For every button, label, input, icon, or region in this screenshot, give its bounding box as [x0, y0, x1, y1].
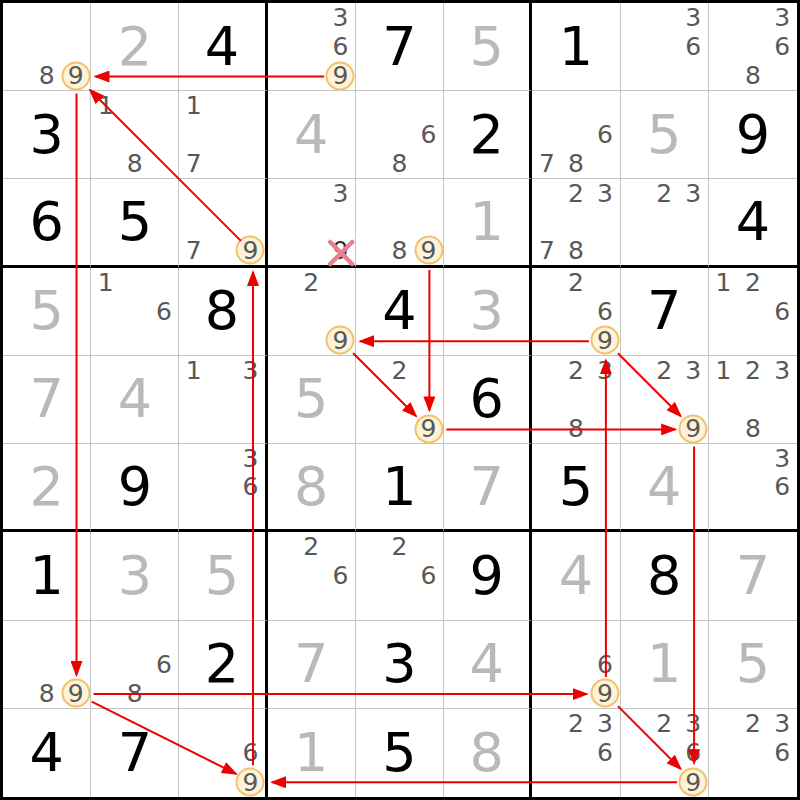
solved-value: 5 [444, 3, 529, 90]
candidate-9[interactable]: 9 [597, 328, 613, 353]
candidate-8[interactable]: 8 [745, 63, 761, 88]
cell-r6c3[interactable]: 36 [179, 444, 267, 532]
cell-r3c7[interactable]: 2378 [532, 179, 620, 267]
candidate-6[interactable]: 6 [332, 563, 348, 588]
candidate-slot [679, 385, 708, 414]
candidate-grid: 39 [268, 179, 355, 264]
candidate-grid: 68 [91, 621, 178, 708]
candidate-slot [120, 650, 149, 679]
candidate-9[interactable]: 9 [421, 416, 437, 441]
candidate-slot [236, 91, 264, 120]
cell-r6c6[interactable]: 7 [444, 444, 532, 532]
solved-value: 2 [91, 3, 178, 90]
cell-r5c7[interactable]: 238 [532, 356, 620, 444]
candidate-grid: 236 [709, 709, 797, 797]
cell-r6c9[interactable]: 36 [709, 444, 797, 532]
candidate-9[interactable]: 9 [243, 770, 259, 795]
cell-r3c9[interactable]: 4 [709, 179, 797, 267]
cell-r6c7[interactable]: 5 [532, 444, 620, 532]
given-value: 2 [444, 91, 529, 178]
cell-r8c4[interactable]: 7 [268, 621, 356, 709]
candidate-slot: 9 [590, 326, 619, 355]
cell-r4c4[interactable]: 29 [268, 268, 356, 356]
candidate-slot: 2 [650, 179, 679, 207]
candidate-slot [3, 3, 32, 32]
candidate-slot: 3 [768, 709, 797, 738]
cell-r8c7[interactable]: 69 [532, 621, 620, 709]
cell-r2c3[interactable]: 17 [179, 91, 267, 179]
candidate-slot [268, 326, 297, 355]
candidate-slot: 8 [738, 61, 767, 90]
candidate-2[interactable]: 2 [745, 358, 761, 383]
candidate-slot: 9 [61, 679, 90, 708]
cell-r2c7[interactable]: 678 [532, 91, 620, 179]
candidate-3[interactable]: 3 [597, 181, 613, 206]
cell-r8c9[interactable]: 5 [709, 621, 797, 709]
candidate-slot: 2 [385, 356, 414, 385]
candidate-grid: 89 [3, 621, 90, 708]
cell-r3c2[interactable]: 5 [91, 179, 179, 267]
candidate-slot [208, 501, 236, 529]
solved-value: 3 [91, 532, 178, 619]
candidate-slot: 6 [590, 297, 619, 326]
candidate-2[interactable]: 2 [568, 270, 584, 295]
candidate-6[interactable]: 6 [332, 34, 348, 59]
candidate-8[interactable]: 8 [745, 416, 761, 441]
candidate-6[interactable]: 6 [597, 740, 613, 765]
candidate-slot [590, 414, 619, 443]
cell-r1c2[interactable]: 2 [91, 3, 179, 91]
candidate-1[interactable]: 1 [98, 93, 114, 118]
candidate-slot [738, 385, 767, 414]
candidate-slot [621, 768, 650, 797]
candidate-2[interactable]: 2 [303, 534, 319, 559]
cell-r4c2[interactable]: 16 [91, 268, 179, 356]
cell-r7c9[interactable]: 7 [709, 532, 797, 620]
candidate-6[interactable]: 6 [685, 740, 701, 765]
candidate-slot [590, 208, 619, 236]
candidate-grid: 13 [179, 356, 264, 443]
cell-r9c4[interactable]: 1 [268, 709, 356, 797]
candidate-slot [532, 385, 561, 414]
candidate-slot [208, 385, 236, 414]
candidate-3[interactable]: 3 [774, 711, 790, 736]
candidate-6[interactable]: 6 [685, 34, 701, 59]
candidate-slot [32, 650, 61, 679]
solved-value: 7 [268, 621, 355, 708]
cell-r4c1[interactable]: 5 [3, 268, 91, 356]
cell-r9c3[interactable]: 69 [179, 709, 267, 797]
candidate-7[interactable]: 7 [539, 151, 555, 176]
candidate-1[interactable]: 1 [716, 270, 732, 295]
candidate-8[interactable]: 8 [39, 63, 55, 88]
candidate-9[interactable]: 9 [68, 681, 84, 706]
candidate-6[interactable]: 6 [774, 474, 790, 499]
candidate-2[interactable]: 2 [656, 711, 672, 736]
candidate-slot: 7 [179, 149, 207, 178]
candidate-6[interactable]: 6 [597, 122, 613, 147]
candidate-3[interactable]: 3 [597, 711, 613, 736]
candidate-6[interactable]: 6 [774, 34, 790, 59]
given-value: 5 [91, 179, 178, 264]
solved-value: 4 [532, 532, 619, 619]
candidate-9[interactable]: 9 [685, 770, 701, 795]
cell-r2c1[interactable]: 3 [3, 91, 91, 179]
candidate-slot [650, 768, 679, 797]
cell-r6c2[interactable]: 9 [91, 444, 179, 532]
cell-r5c5[interactable]: 29 [356, 356, 444, 444]
cell-r3c4[interactable]: 39 [268, 179, 356, 267]
candidate-slot [297, 297, 326, 326]
candidate-6[interactable]: 6 [243, 474, 259, 499]
candidate-9[interactable]: 9 [597, 681, 613, 706]
candidate-slot [91, 149, 120, 178]
candidate-9[interactable]: 9 [332, 238, 348, 263]
cell-r5c6[interactable]: 6 [444, 356, 532, 444]
solved-value: 7 [3, 356, 90, 443]
candidate-8[interactable]: 8 [127, 681, 143, 706]
cell-r8c1[interactable]: 89 [3, 621, 91, 709]
candidate-slot [356, 91, 385, 120]
candidate-6[interactable]: 6 [243, 740, 259, 765]
candidate-slot [385, 561, 414, 590]
candidate-2[interactable]: 2 [656, 358, 672, 383]
candidate-grid: 29 [356, 356, 443, 443]
candidate-slot [709, 3, 738, 32]
cell-r2c8[interactable]: 5 [621, 91, 709, 179]
cell-r7c4[interactable]: 26 [268, 532, 356, 620]
cell-r4c5[interactable]: 4 [356, 268, 444, 356]
cell-r8c6[interactable]: 4 [444, 621, 532, 709]
candidate-slot [297, 179, 326, 207]
candidate-slot [738, 3, 767, 32]
candidate-2[interactable]: 2 [392, 358, 408, 383]
candidate-9[interactable]: 9 [332, 63, 348, 88]
candidate-slot [236, 179, 264, 207]
cell-r5c1[interactable]: 7 [3, 356, 91, 444]
cell-r3c8[interactable]: 23 [621, 179, 709, 267]
candidate-slot [768, 414, 797, 443]
candidate-grid: 36 [179, 444, 264, 529]
candidate-slot [91, 679, 120, 708]
candidate-slot [179, 208, 207, 236]
candidate-slot [120, 297, 149, 326]
candidate-6[interactable]: 6 [597, 299, 613, 324]
cell-r9c8[interactable]: 2369 [621, 709, 709, 797]
candidate-slot: 2 [738, 709, 767, 738]
cell-r7c1[interactable]: 1 [3, 532, 91, 620]
cell-r8c3[interactable]: 2 [179, 621, 267, 709]
cell-r9c2[interactable]: 7 [91, 709, 179, 797]
solved-value: 5 [268, 356, 355, 443]
candidate-slot [356, 179, 385, 207]
candidate-slot [208, 149, 236, 178]
candidate-3[interactable]: 3 [774, 358, 790, 383]
cell-r3c5[interactable]: 89 [356, 179, 444, 267]
candidate-9[interactable]: 9 [421, 238, 437, 263]
cell-r6c4[interactable]: 8 [268, 444, 356, 532]
candidate-slot [149, 120, 178, 149]
candidate-8[interactable]: 8 [127, 151, 143, 176]
cell-r4c9[interactable]: 126 [709, 268, 797, 356]
candidate-8[interactable]: 8 [568, 238, 584, 263]
candidate-8[interactable]: 8 [568, 416, 584, 441]
candidate-slot: 6 [149, 297, 178, 326]
candidate-slot [709, 444, 738, 472]
candidate-grid: 236 [532, 709, 619, 797]
candidate-slot [356, 356, 385, 385]
candidate-6[interactable]: 6 [156, 299, 172, 324]
candidate-8[interactable]: 8 [39, 681, 55, 706]
candidate-3[interactable]: 3 [685, 5, 701, 30]
candidate-6[interactable]: 6 [774, 740, 790, 765]
candidate-slot: 1 [179, 91, 207, 120]
candidate-slot [356, 532, 385, 561]
cell-r3c3[interactable]: 79 [179, 179, 267, 267]
candidate-slot: 3 [679, 356, 708, 385]
cell-r1c4[interactable]: 369 [268, 3, 356, 91]
cell-r5c8[interactable]: 239 [621, 356, 709, 444]
candidate-slot: 9 [326, 61, 355, 90]
candidate-slot [590, 236, 619, 264]
candidate-3[interactable]: 3 [597, 358, 613, 383]
candidate-slot [268, 236, 297, 264]
candidate-1[interactable]: 1 [186, 358, 202, 383]
candidate-slot [738, 444, 767, 472]
solved-value: 1 [268, 709, 355, 797]
candidate-slot: 3 [236, 356, 264, 385]
candidate-8[interactable]: 8 [392, 151, 408, 176]
candidate-slot [738, 768, 767, 797]
candidate-2[interactable]: 2 [745, 270, 761, 295]
candidate-slot [621, 356, 650, 385]
candidate-slot [532, 768, 561, 797]
candidate-slot [356, 120, 385, 149]
candidate-grid: 126 [709, 268, 797, 355]
candidate-slot [326, 297, 355, 326]
cell-r4c7[interactable]: 269 [532, 268, 620, 356]
candidate-slot [679, 61, 708, 90]
cell-r7c5[interactable]: 26 [356, 532, 444, 620]
candidate-slot [326, 590, 355, 619]
candidate-3[interactable]: 3 [332, 5, 348, 30]
candidate-slot [385, 590, 414, 619]
candidate-slot [709, 414, 738, 443]
cell-r1c7[interactable]: 1 [532, 3, 620, 91]
candidate-slot: 3 [679, 3, 708, 32]
candidate-slot [561, 326, 590, 355]
cell-r6c5[interactable]: 1 [356, 444, 444, 532]
candidate-2[interactable]: 2 [656, 181, 672, 206]
cell-r9c5[interactable]: 5 [356, 709, 444, 797]
candidate-6[interactable]: 6 [421, 563, 437, 588]
candidate-grid: 16 [91, 268, 178, 355]
candidate-grid: 269 [532, 268, 619, 355]
candidate-3[interactable]: 3 [685, 711, 701, 736]
cell-r2c2[interactable]: 18 [91, 91, 179, 179]
candidate-slot [532, 120, 561, 149]
cell-r9c1[interactable]: 4 [3, 709, 91, 797]
candidate-slot [768, 385, 797, 414]
candidate-slot [621, 709, 650, 738]
candidate-7[interactable]: 7 [186, 151, 202, 176]
candidate-3[interactable]: 3 [685, 358, 701, 383]
cell-r2c5[interactable]: 68 [356, 91, 444, 179]
candidate-slot: 3 [679, 179, 708, 207]
candidate-grid: 23 [621, 179, 708, 264]
candidate-6[interactable]: 6 [597, 652, 613, 677]
given-value: 3 [3, 91, 90, 178]
given-value: 4 [709, 179, 797, 264]
cell-r5c2[interactable]: 4 [91, 356, 179, 444]
candidate-slot [179, 414, 207, 443]
candidate-3[interactable]: 3 [774, 5, 790, 30]
candidate-slot [356, 590, 385, 619]
candidate-slot [650, 385, 679, 414]
candidate-8[interactable]: 8 [568, 151, 584, 176]
candidate-6[interactable]: 6 [156, 652, 172, 677]
cell-r9c9[interactable]: 236 [709, 709, 797, 797]
candidate-1[interactable]: 1 [186, 93, 202, 118]
candidate-slot [120, 91, 149, 120]
candidate-8[interactable]: 8 [392, 238, 408, 263]
cell-r5c4[interactable]: 5 [268, 356, 356, 444]
candidate-2[interactable]: 2 [392, 534, 408, 559]
cell-r3c1[interactable]: 6 [3, 179, 91, 267]
candidate-1[interactable]: 1 [716, 358, 732, 383]
given-value: 4 [179, 3, 264, 90]
candidate-slot [208, 91, 236, 120]
candidate-slot [385, 120, 414, 149]
candidate-slot [179, 738, 207, 767]
candidate-slot: 3 [679, 709, 708, 738]
candidate-2[interactable]: 2 [568, 358, 584, 383]
candidate-slot: 3 [236, 444, 264, 472]
cell-r7c8[interactable]: 8 [621, 532, 709, 620]
given-value: 1 [356, 444, 443, 529]
candidate-slot [326, 532, 355, 561]
candidate-6[interactable]: 6 [421, 122, 437, 147]
given-value: 4 [3, 709, 90, 797]
candidate-grid: 68 [356, 91, 443, 178]
candidate-slot [414, 179, 443, 207]
solved-value: 5 [179, 532, 264, 619]
cell-r7c6[interactable]: 9 [444, 532, 532, 620]
candidate-slot [561, 297, 590, 326]
candidate-slot [621, 385, 650, 414]
cell-r3c6[interactable]: 1 [444, 179, 532, 267]
cell-r1c8[interactable]: 36 [621, 3, 709, 91]
candidate-1[interactable]: 1 [98, 270, 114, 295]
candidate-slot: 6 [414, 561, 443, 590]
cell-r7c3[interactable]: 5 [179, 532, 267, 620]
given-value: 7 [621, 268, 708, 355]
candidate-3[interactable]: 3 [685, 181, 701, 206]
cell-r6c8[interactable]: 4 [621, 444, 709, 532]
cell-r7c7[interactable]: 4 [532, 532, 620, 620]
candidate-slot: 9 [590, 679, 619, 708]
candidate-slot: 6 [590, 120, 619, 149]
candidate-slot: 3 [768, 3, 797, 32]
candidate-slot [738, 501, 767, 529]
cell-r5c9[interactable]: 1238 [709, 356, 797, 444]
candidate-slot [532, 297, 561, 326]
cell-r8c5[interactable]: 3 [356, 621, 444, 709]
candidate-2[interactable]: 2 [568, 181, 584, 206]
candidate-slot [590, 91, 619, 120]
candidate-2[interactable]: 2 [745, 711, 761, 736]
candidate-slot [149, 149, 178, 178]
candidate-7[interactable]: 7 [539, 238, 555, 263]
candidate-2[interactable]: 2 [568, 711, 584, 736]
candidate-slot: 8 [120, 679, 149, 708]
candidate-slot [179, 179, 207, 207]
cell-r2c9[interactable]: 9 [709, 91, 797, 179]
candidate-slot: 9 [326, 236, 355, 264]
cell-r7c2[interactable]: 3 [91, 532, 179, 620]
candidate-slot [414, 356, 443, 385]
candidate-7[interactable]: 7 [186, 238, 202, 263]
candidate-slot [650, 61, 679, 90]
candidate-slot [91, 326, 120, 355]
candidate-slot [621, 738, 650, 767]
candidate-slot: 3 [326, 179, 355, 207]
cell-r1c5[interactable]: 7 [356, 3, 444, 91]
candidate-slot [297, 208, 326, 236]
candidate-3[interactable]: 3 [332, 181, 348, 206]
cell-r9c6[interactable]: 8 [444, 709, 532, 797]
candidate-3[interactable]: 3 [774, 446, 790, 471]
cell-r1c6[interactable]: 5 [444, 3, 532, 91]
candidate-slot [268, 3, 297, 32]
cell-r6c1[interactable]: 2 [3, 444, 91, 532]
candidate-3[interactable]: 3 [243, 358, 259, 383]
candidate-9[interactable]: 9 [685, 416, 701, 441]
candidate-9[interactable]: 9 [243, 238, 259, 263]
candidate-slot [208, 738, 236, 767]
candidate-2[interactable]: 2 [303, 270, 319, 295]
cell-r8c2[interactable]: 68 [91, 621, 179, 709]
candidate-9[interactable]: 9 [68, 63, 84, 88]
candidate-slot [208, 444, 236, 472]
cell-r4c8[interactable]: 7 [621, 268, 709, 356]
candidate-slot: 2 [738, 356, 767, 385]
cell-r4c6[interactable]: 3 [444, 268, 532, 356]
cell-r4c3[interactable]: 8 [179, 268, 267, 356]
candidate-slot [532, 179, 561, 207]
candidate-9[interactable]: 9 [332, 328, 348, 353]
cell-r2c4[interactable]: 4 [268, 91, 356, 179]
candidate-grid: 368 [709, 3, 797, 90]
cell-r5c3[interactable]: 13 [179, 356, 267, 444]
candidate-slot: 9 [414, 236, 443, 264]
cell-r1c1[interactable]: 89 [3, 3, 91, 91]
candidate-grid: 2378 [532, 179, 619, 264]
candidate-slot [414, 208, 443, 236]
candidate-3[interactable]: 3 [243, 446, 259, 471]
candidate-6[interactable]: 6 [774, 299, 790, 324]
candidate-slot [679, 208, 708, 236]
candidate-slot [709, 768, 738, 797]
cell-r8c8[interactable]: 1 [621, 621, 709, 709]
cell-r1c9[interactable]: 368 [709, 3, 797, 91]
candidate-slot [650, 738, 679, 767]
cell-r2c6[interactable]: 2 [444, 91, 532, 179]
candidate-slot [738, 297, 767, 326]
cell-r9c7[interactable]: 236 [532, 709, 620, 797]
candidate-slot [385, 179, 414, 207]
cell-r1c3[interactable]: 4 [179, 3, 267, 91]
